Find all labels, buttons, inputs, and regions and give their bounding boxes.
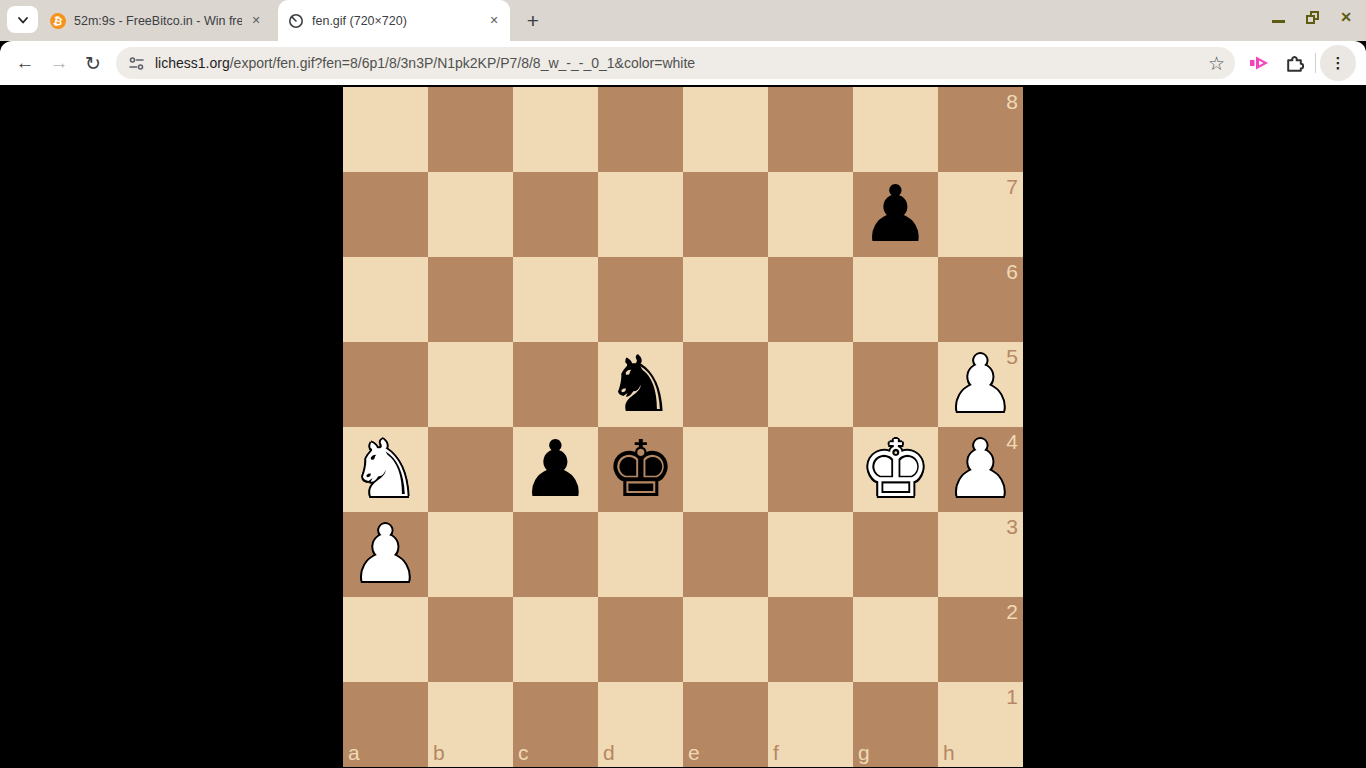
square-h7: 7 xyxy=(938,172,1023,257)
square-d8 xyxy=(598,87,683,172)
rank-label: 6 xyxy=(1006,261,1018,282)
square-d6 xyxy=(598,257,683,342)
square-a7 xyxy=(343,172,428,257)
square-f4 xyxy=(768,427,853,512)
file-label: b xyxy=(433,742,445,763)
square-c2 xyxy=(513,597,598,682)
rank-label: 7 xyxy=(1006,176,1018,197)
white-pawn: ♟ xyxy=(351,512,421,597)
restore-icon xyxy=(1306,11,1319,24)
square-d4: ♚ xyxy=(598,427,683,512)
square-a3: ♟ xyxy=(343,512,428,597)
square-d7 xyxy=(598,172,683,257)
square-f3 xyxy=(768,512,853,597)
square-c3 xyxy=(513,512,598,597)
chevron-down-icon xyxy=(16,13,30,27)
black-knight: ♞ xyxy=(606,342,676,427)
square-h1: 1h xyxy=(938,682,1023,767)
white-pawn: ♟ xyxy=(946,427,1016,512)
square-b3 xyxy=(428,512,513,597)
extensions-puzzle-icon[interactable] xyxy=(1279,48,1309,78)
square-g6 xyxy=(853,257,938,342)
rank-label: 4 xyxy=(1006,431,1018,452)
tab-search-button[interactable] xyxy=(7,6,38,33)
file-label: h xyxy=(943,742,955,763)
bitcoin-favicon-icon: ₿ xyxy=(49,11,68,30)
url-domain: lichess1.org xyxy=(155,55,230,71)
square-g3 xyxy=(853,512,938,597)
file-label: e xyxy=(688,742,700,763)
square-a8 xyxy=(343,87,428,172)
square-e3 xyxy=(683,512,768,597)
window-controls: ✕ xyxy=(1270,0,1362,34)
square-h6: 6 xyxy=(938,257,1023,342)
square-c7 xyxy=(513,172,598,257)
browser-window: ₿ 52m:9s - FreeBitco.in - Win free ✕ fen… xyxy=(0,0,1366,768)
square-b2 xyxy=(428,597,513,682)
square-a1: a xyxy=(343,682,428,767)
address-bar[interactable]: lichess1.org/export/fen.gif?fen=8/6p1/8/… xyxy=(116,47,1235,79)
rank-label: 1 xyxy=(1006,686,1018,707)
square-e6 xyxy=(683,257,768,342)
square-d5: ♞ xyxy=(598,342,683,427)
square-b5 xyxy=(428,342,513,427)
square-a6 xyxy=(343,257,428,342)
restore-button[interactable] xyxy=(1304,9,1320,25)
square-c6 xyxy=(513,257,598,342)
tab-close-icon[interactable]: ✕ xyxy=(248,13,264,29)
square-e8 xyxy=(683,87,768,172)
square-e1: e xyxy=(683,682,768,767)
square-b8 xyxy=(428,87,513,172)
url-path: /export/fen.gif?fen=8/6p1/8/3n3P/N1pk2KP… xyxy=(230,55,695,71)
square-g7: ♟ xyxy=(853,172,938,257)
bookmark-star-icon[interactable]: ☆ xyxy=(1208,52,1225,75)
square-h5: 5♟ xyxy=(938,342,1023,427)
toolbar: ← → ↻ lichess1.org/export/fen.gif?fen=8/… xyxy=(0,41,1366,85)
site-settings-icon[interactable] xyxy=(128,55,145,72)
square-b7 xyxy=(428,172,513,257)
black-pawn: ♟ xyxy=(521,427,591,512)
square-b6 xyxy=(428,257,513,342)
square-c4: ♟ xyxy=(513,427,598,512)
rank-label: 3 xyxy=(1006,516,1018,537)
square-c8 xyxy=(513,87,598,172)
minimize-button[interactable] xyxy=(1270,9,1286,25)
square-c5 xyxy=(513,342,598,427)
white-pawn: ♟ xyxy=(946,342,1016,427)
reload-button[interactable]: ↻ xyxy=(76,46,110,80)
url-text[interactable]: lichess1.org/export/fen.gif?fen=8/6p1/8/… xyxy=(155,55,1200,71)
rank-label: 8 xyxy=(1006,91,1018,112)
black-pawn: ♟ xyxy=(861,172,931,257)
white-king: ♚ xyxy=(861,427,931,512)
file-label: d xyxy=(603,742,615,763)
square-e5 xyxy=(683,342,768,427)
pink-extension-icon[interactable] xyxy=(1245,48,1275,78)
square-e2 xyxy=(683,597,768,682)
black-king: ♚ xyxy=(606,427,676,512)
minimize-icon xyxy=(1272,20,1285,23)
file-label: a xyxy=(348,742,360,763)
square-h2: 2 xyxy=(938,597,1023,682)
square-h3: 3 xyxy=(938,512,1023,597)
browser-menu-button[interactable]: ⋮ xyxy=(1320,45,1356,81)
square-e7 xyxy=(683,172,768,257)
square-b1: b xyxy=(428,682,513,767)
square-a4: ♞ xyxy=(343,427,428,512)
square-d1: d xyxy=(598,682,683,767)
new-tab-button[interactable]: + xyxy=(519,7,547,35)
square-d3 xyxy=(598,512,683,597)
square-f5 xyxy=(768,342,853,427)
chess-board: 8♟76♞5♟♞♟♚♚4♟♟32abcdefg1h xyxy=(343,87,1023,767)
square-g1: g xyxy=(853,682,938,767)
tab-strip: ₿ 52m:9s - FreeBitco.in - Win free ✕ fen… xyxy=(0,0,1366,41)
tab-close-icon[interactable]: ✕ xyxy=(486,13,502,29)
white-knight: ♞ xyxy=(351,427,421,512)
file-label: c xyxy=(518,742,529,763)
square-c1: c xyxy=(513,682,598,767)
rank-label: 2 xyxy=(1006,601,1018,622)
square-e4 xyxy=(683,427,768,512)
square-a2 xyxy=(343,597,428,682)
square-f1: f xyxy=(768,682,853,767)
square-g5 xyxy=(853,342,938,427)
tab-fen-gif[interactable]: fen.gif (720×720) ✕ xyxy=(278,0,510,41)
square-f7 xyxy=(768,172,853,257)
tab-freebitco[interactable]: ₿ 52m:9s - FreeBitco.in - Win free ✕ xyxy=(40,0,272,41)
square-f2 xyxy=(768,597,853,682)
file-label: g xyxy=(858,742,870,763)
square-b4 xyxy=(428,427,513,512)
toolbar-divider xyxy=(1315,53,1316,73)
square-f6 xyxy=(768,257,853,342)
forward-button[interactable]: → xyxy=(42,46,76,80)
square-h4: 4♟ xyxy=(938,427,1023,512)
square-g8 xyxy=(853,87,938,172)
square-h8: 8 xyxy=(938,87,1023,172)
back-button[interactable]: ← xyxy=(8,46,42,80)
close-button[interactable]: ✕ xyxy=(1338,9,1354,25)
tab-title: fen.gif (720×720) xyxy=(312,14,480,28)
page-content: 8♟76♞5♟♞♟♚♚4♟♟32abcdefg1h xyxy=(0,85,1366,768)
image-file-favicon-icon xyxy=(288,13,304,29)
rank-label: 5 xyxy=(1006,346,1018,367)
tab-title: 52m:9s - FreeBitco.in - Win free xyxy=(74,14,242,28)
square-a5 xyxy=(343,342,428,427)
file-label: f xyxy=(773,742,779,763)
square-d2 xyxy=(598,597,683,682)
square-g2 xyxy=(853,597,938,682)
square-f8 xyxy=(768,87,853,172)
square-g4: ♚ xyxy=(853,427,938,512)
